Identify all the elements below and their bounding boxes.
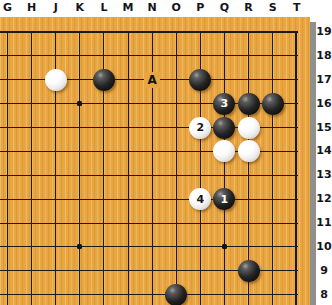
- grid-line-h-12: [0, 199, 298, 200]
- row-label-13: 13: [315, 167, 332, 183]
- col-label-N: N: [143, 0, 161, 16]
- col-label-Q: Q: [215, 0, 233, 16]
- col-label-K: K: [71, 0, 89, 16]
- grid-line-v-G: [7, 31, 8, 305]
- stone-black-Q16[interactable]: 3: [213, 93, 235, 115]
- row-label-9: 9: [315, 263, 332, 279]
- stone-black-Q15[interactable]: [213, 117, 235, 139]
- stone-black-R9[interactable]: [238, 260, 260, 282]
- col-label-O: O: [167, 0, 185, 16]
- grid-line-v-K: [79, 31, 80, 305]
- stone-white-P15[interactable]: 2: [189, 117, 211, 139]
- stone-white-R14[interactable]: [238, 140, 260, 162]
- move-number: 3: [221, 98, 229, 109]
- row-label-18: 18: [315, 48, 332, 64]
- grid-line-v-M: [128, 31, 129, 305]
- row-label-12: 12: [315, 191, 332, 207]
- row-label-14: 14: [315, 143, 332, 159]
- row-label-19: 19: [315, 24, 332, 40]
- stone-black-R16[interactable]: [238, 93, 260, 115]
- col-label-L: L: [95, 0, 113, 16]
- move-number: 2: [196, 122, 204, 133]
- col-label-S: S: [264, 0, 282, 16]
- go-board[interactable]: [0, 17, 310, 305]
- grid-line-v-S: [272, 31, 273, 305]
- col-label-G: G: [0, 0, 17, 16]
- row-label-16: 16: [315, 96, 332, 112]
- move-number: 1: [221, 194, 229, 205]
- row-label-11: 11: [315, 215, 332, 231]
- row-label-17: 17: [315, 72, 332, 88]
- go-board-diagram: GHJKLMNOPQRST1918171615141312111098A3124: [0, 0, 332, 305]
- stone-black-O8[interactable]: [165, 284, 187, 305]
- star-point-Q10: [222, 244, 227, 249]
- stone-white-R15[interactable]: [238, 117, 260, 139]
- grid-line-v-Q: [224, 31, 225, 305]
- col-label-T: T: [288, 0, 306, 16]
- col-label-J: J: [47, 0, 65, 16]
- col-label-P: P: [191, 0, 209, 16]
- row-label-8: 8: [315, 287, 332, 303]
- grid-line-h-13: [0, 175, 298, 176]
- col-label-M: M: [119, 0, 137, 16]
- stone-black-P17[interactable]: [189, 69, 211, 91]
- stone-white-J17[interactable]: [45, 69, 67, 91]
- grid-line-h-19: [0, 31, 298, 33]
- grid-line-h-18: [0, 55, 298, 56]
- point-label-N17: A: [144, 72, 160, 88]
- grid-line-v-O: [176, 31, 177, 305]
- grid-line-h-8: [0, 294, 298, 295]
- col-label-H: H: [23, 0, 41, 16]
- stone-black-S16[interactable]: [262, 93, 284, 115]
- move-number: 4: [196, 194, 204, 205]
- stone-black-L17[interactable]: [93, 69, 115, 91]
- grid-line-v-H: [31, 31, 32, 305]
- col-label-R: R: [240, 0, 258, 16]
- grid-line-h-11: [0, 223, 298, 224]
- row-label-10: 10: [315, 239, 332, 255]
- grid-line-v-T: [295, 31, 297, 305]
- row-label-15: 15: [315, 120, 332, 136]
- grid-line-h-10: [0, 246, 298, 247]
- star-point-K16: [77, 101, 82, 106]
